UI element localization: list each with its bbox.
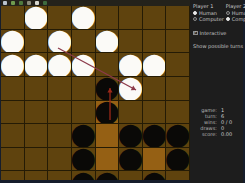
- white-disc: ●: [119, 53, 143, 77]
- board-cell[interactable]: [96, 53, 120, 77]
- black-disc: ●: [96, 77, 120, 101]
- board-cell[interactable]: [1, 148, 25, 172]
- player-2-column: Player 2HumanComputer: [226, 3, 245, 22]
- white-disc: ●: [25, 53, 49, 77]
- black-disc: ●: [166, 124, 190, 148]
- settings-panel: Player 1HumanComputerPlayer 2HumanComput…: [190, 0, 243, 183]
- board-cell[interactable]: [1, 6, 25, 30]
- toolbar-icon-6[interactable]: [43, 1, 47, 5]
- interactive-label: Interactive: [200, 30, 227, 36]
- radio-icon[interactable]: [193, 11, 197, 15]
- toolbar-icon-4[interactable]: [27, 1, 31, 5]
- board-cell[interactable]: [166, 6, 190, 30]
- board-cell[interactable]: [72, 30, 96, 54]
- white-disc: ●: [96, 30, 120, 54]
- board-cell[interactable]: [119, 30, 143, 54]
- board-cell[interactable]: [143, 6, 167, 30]
- toolbar-icon-2[interactable]: [11, 1, 15, 5]
- board-cell[interactable]: ●: [143, 171, 167, 180]
- board-cell[interactable]: [96, 148, 120, 172]
- interactive-checkbox-row[interactable]: ✓ Interactive: [193, 30, 241, 36]
- white-disc: ●: [48, 53, 72, 77]
- toolbar-icon-5[interactable]: [35, 1, 39, 5]
- board-cell[interactable]: [166, 53, 190, 77]
- black-disc: ●: [119, 148, 143, 172]
- board-cell[interactable]: [25, 101, 49, 125]
- board-cell[interactable]: ●: [48, 53, 72, 77]
- board-cell[interactable]: [119, 101, 143, 125]
- board-cell[interactable]: [25, 30, 49, 54]
- board-cell[interactable]: [166, 101, 190, 125]
- board-cell[interactable]: ●: [72, 148, 96, 172]
- board-cell[interactable]: ●: [96, 171, 120, 180]
- white-disc: ●: [143, 53, 167, 77]
- board-cell[interactable]: ●: [119, 148, 143, 172]
- board-cell[interactable]: ●: [72, 6, 96, 30]
- black-disc: ●: [166, 148, 190, 172]
- option-label: Computer: [232, 16, 245, 22]
- board-cell[interactable]: [25, 124, 49, 148]
- board-cell[interactable]: ●: [143, 53, 167, 77]
- white-disc: ●: [1, 53, 25, 77]
- option-label: Computer: [199, 16, 224, 22]
- board-cell[interactable]: [143, 30, 167, 54]
- board-cell[interactable]: ●: [166, 124, 190, 148]
- board-cell[interactable]: ●: [119, 124, 143, 148]
- white-disc: ●: [72, 6, 96, 30]
- board-cell[interactable]: [72, 77, 96, 101]
- radio-icon[interactable]: [226, 11, 230, 15]
- board-cell[interactable]: [1, 171, 25, 180]
- player-2-option-computer[interactable]: Computer: [226, 16, 245, 22]
- board-cell[interactable]: [48, 124, 72, 148]
- board-cell[interactable]: [25, 148, 49, 172]
- board-cell[interactable]: [1, 101, 25, 125]
- board-cell[interactable]: [48, 6, 72, 30]
- toolbar-icon-1[interactable]: [3, 1, 7, 5]
- board-cell[interactable]: ●: [25, 53, 49, 77]
- player-1-column: Player 1HumanComputer: [193, 3, 224, 22]
- interactive-checkbox[interactable]: ✓: [193, 31, 198, 36]
- board-cell[interactable]: [166, 171, 190, 180]
- player-1-option-computer[interactable]: Computer: [193, 16, 224, 22]
- board-cell[interactable]: [96, 124, 120, 148]
- board-cell[interactable]: [48, 148, 72, 172]
- player-1-title: Player 1: [193, 3, 224, 9]
- board-cell[interactable]: ●: [143, 124, 167, 148]
- player-config: Player 1HumanComputerPlayer 2HumanComput…: [193, 3, 241, 22]
- player-2-title: Player 2: [226, 3, 245, 9]
- stats-block: game:1turn:6wins:0 / 0draws:0score:0.00: [193, 107, 232, 137]
- board-cell[interactable]: [96, 6, 120, 30]
- board-cell[interactable]: [25, 171, 49, 180]
- board-cell[interactable]: [119, 6, 143, 30]
- board-cell[interactable]: [166, 30, 190, 54]
- toolbar-icon-3[interactable]: [19, 1, 23, 5]
- white-disc: ●: [48, 30, 72, 54]
- board-cell[interactable]: ●: [96, 77, 120, 101]
- white-disc: ●: [1, 30, 25, 54]
- board-cell[interactable]: [25, 77, 49, 101]
- board-cell[interactable]: ●: [48, 30, 72, 54]
- board-cell[interactable]: ●: [166, 148, 190, 172]
- stat-label: score:: [193, 131, 217, 137]
- radio-icon[interactable]: [193, 17, 197, 21]
- board-cell[interactable]: [48, 101, 72, 125]
- radio-icon[interactable]: [226, 17, 230, 21]
- board-cell[interactable]: ●: [72, 171, 96, 180]
- board-cell[interactable]: [143, 77, 167, 101]
- board-cell[interactable]: [1, 124, 25, 148]
- board-cell[interactable]: ●: [96, 101, 120, 125]
- board-cell[interactable]: [166, 77, 190, 101]
- black-disc: ●: [119, 124, 143, 148]
- black-disc: ●: [143, 124, 167, 148]
- othello-board: ●●●●●●●●●●●●●●●●●●●●●●●●: [1, 6, 190, 180]
- black-disc: ●: [96, 171, 120, 180]
- board-cell[interactable]: [143, 101, 167, 125]
- board-cell[interactable]: ●: [1, 53, 25, 77]
- white-disc: ●: [25, 6, 49, 30]
- black-disc: ●: [72, 148, 96, 172]
- board-cell[interactable]: ●: [72, 53, 96, 77]
- board-cell[interactable]: ●: [25, 6, 49, 30]
- board-cell[interactable]: [1, 77, 25, 101]
- board-cell[interactable]: [48, 171, 72, 180]
- board-cell[interactable]: ●: [96, 30, 120, 54]
- white-disc: ●: [72, 53, 96, 77]
- white-disc: ●: [119, 77, 143, 101]
- black-disc: ●: [143, 171, 167, 180]
- show-possible-turns-button[interactable]: Show possible turns: [193, 43, 243, 49]
- board-cell[interactable]: ●: [72, 124, 96, 148]
- board-cell[interactable]: ●: [1, 30, 25, 54]
- board-cell[interactable]: [119, 171, 143, 180]
- board-cell[interactable]: ●: [119, 53, 143, 77]
- stat-value: 0.00: [221, 131, 232, 137]
- board-cell[interactable]: [72, 101, 96, 125]
- black-disc: ●: [96, 101, 120, 125]
- board-cell[interactable]: ●: [119, 77, 143, 101]
- board-cell[interactable]: [143, 148, 167, 172]
- black-disc: ●: [72, 171, 96, 180]
- black-disc: ●: [72, 124, 96, 148]
- board-grid: ●●●●●●●●●●●●●●●●●●●●●●●●: [1, 6, 190, 180]
- board-cell[interactable]: [48, 77, 72, 101]
